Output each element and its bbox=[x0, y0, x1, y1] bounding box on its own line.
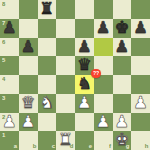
piece-black-pawn[interactable]: ♟ bbox=[133, 20, 148, 37]
piece-white-pawn[interactable]: ♟ bbox=[133, 95, 148, 112]
square-e2[interactable] bbox=[75, 113, 94, 132]
square-f1[interactable]: f bbox=[94, 131, 113, 150]
piece-black-pawn[interactable]: ♟ bbox=[2, 20, 17, 37]
square-a2[interactable]: 2♟ bbox=[0, 113, 19, 132]
piece-black-pawn[interactable]: ♟ bbox=[96, 20, 111, 37]
piece-black-pawn[interactable]: ♟ bbox=[77, 39, 92, 56]
square-h5[interactable] bbox=[131, 56, 150, 75]
square-c2[interactable] bbox=[38, 113, 57, 132]
square-h8[interactable] bbox=[131, 0, 150, 19]
square-c7[interactable] bbox=[38, 19, 57, 38]
square-c8[interactable]: ♜ bbox=[38, 0, 57, 19]
file-label-e: e bbox=[89, 143, 92, 149]
square-c1[interactable]: c bbox=[38, 131, 57, 150]
square-c4[interactable] bbox=[38, 75, 57, 94]
piece-black-pawn[interactable]: ♟ bbox=[21, 39, 36, 56]
badge-label: ?? bbox=[93, 71, 99, 76]
square-a4[interactable]: 4 bbox=[0, 75, 19, 94]
square-d8[interactable] bbox=[56, 0, 75, 19]
rank-label-8: 8 bbox=[2, 1, 5, 7]
piece-black-rook[interactable]: ♜ bbox=[39, 1, 54, 18]
square-g8[interactable] bbox=[113, 0, 132, 19]
square-d7[interactable] bbox=[56, 19, 75, 38]
square-g1[interactable]: g♚ bbox=[113, 131, 132, 150]
square-a5[interactable]: 5 bbox=[0, 56, 19, 75]
file-label-b: b bbox=[32, 143, 36, 149]
square-e4[interactable]: ♞ bbox=[75, 75, 94, 94]
piece-white-rook[interactable]: ♜ bbox=[58, 132, 73, 149]
square-g6[interactable]: ♟ bbox=[113, 38, 132, 57]
square-e7[interactable] bbox=[75, 19, 94, 38]
piece-white-pawn[interactable]: ♟ bbox=[96, 114, 111, 131]
square-g2[interactable]: ♟ bbox=[113, 113, 132, 132]
square-h3[interactable]: ♟ bbox=[131, 94, 150, 113]
square-b7[interactable] bbox=[19, 19, 38, 38]
square-f3[interactable] bbox=[94, 94, 113, 113]
rank-label-1: 1 bbox=[2, 132, 5, 138]
piece-white-pawn[interactable]: ♟ bbox=[114, 114, 129, 131]
square-c5[interactable] bbox=[38, 56, 57, 75]
square-e8[interactable] bbox=[75, 0, 94, 19]
piece-white-queen[interactable]: ♛ bbox=[21, 95, 36, 112]
square-f6[interactable] bbox=[94, 38, 113, 57]
square-b5[interactable] bbox=[19, 56, 38, 75]
square-c6[interactable] bbox=[38, 38, 57, 57]
piece-black-king[interactable]: ♚ bbox=[114, 20, 129, 37]
file-label-f: f bbox=[109, 143, 111, 149]
square-h4[interactable] bbox=[131, 75, 150, 94]
piece-white-king[interactable]: ♚ bbox=[114, 132, 129, 149]
file-label-c: c bbox=[51, 143, 54, 149]
square-h6[interactable] bbox=[131, 38, 150, 57]
square-d4[interactable] bbox=[56, 75, 75, 94]
square-c3[interactable]: ♞ bbox=[38, 94, 57, 113]
rank-label-5: 5 bbox=[2, 57, 5, 63]
square-g4[interactable] bbox=[113, 75, 132, 94]
square-h2[interactable] bbox=[131, 113, 150, 132]
square-g7[interactable]: ♚ bbox=[113, 19, 132, 38]
file-label-h: h bbox=[145, 143, 149, 149]
piece-white-pawn[interactable]: ♟ bbox=[2, 114, 17, 131]
square-b2[interactable]: ♟ bbox=[19, 113, 38, 132]
rank-label-3: 3 bbox=[2, 95, 5, 101]
square-f8[interactable] bbox=[94, 0, 113, 19]
square-b8[interactable] bbox=[19, 0, 38, 19]
piece-white-pawn[interactable]: ♟ bbox=[21, 114, 36, 131]
piece-white-knight[interactable]: ♞ bbox=[39, 95, 54, 112]
square-d3[interactable] bbox=[56, 94, 75, 113]
rank-label-4: 4 bbox=[2, 76, 5, 82]
file-label-a: a bbox=[14, 143, 17, 149]
chess-board: 8♜7♟♟♚♟6♟♟♟5♛4♞3♛♞♟♟2♟♟♟♟1abcd♜efg♚h ?? bbox=[0, 0, 150, 150]
square-e3[interactable]: ♟ bbox=[75, 94, 94, 113]
square-g3[interactable] bbox=[113, 94, 132, 113]
rank-label-6: 6 bbox=[2, 39, 5, 45]
square-b1[interactable]: b bbox=[19, 131, 38, 150]
square-d5[interactable] bbox=[56, 56, 75, 75]
square-f2[interactable]: ♟ bbox=[94, 113, 113, 132]
square-b3[interactable]: ♛ bbox=[19, 94, 38, 113]
piece-black-queen[interactable]: ♛ bbox=[77, 57, 92, 74]
square-g5[interactable] bbox=[113, 56, 132, 75]
square-a1[interactable]: 1a bbox=[0, 131, 19, 150]
square-h7[interactable]: ♟ bbox=[131, 19, 150, 38]
piece-black-knight[interactable]: ♞ bbox=[77, 76, 92, 93]
square-e6[interactable]: ♟ bbox=[75, 38, 94, 57]
square-h1[interactable]: h bbox=[131, 131, 150, 150]
square-d2[interactable] bbox=[56, 113, 75, 132]
piece-black-pawn[interactable]: ♟ bbox=[114, 39, 129, 56]
square-a6[interactable]: 6 bbox=[0, 38, 19, 57]
square-b4[interactable] bbox=[19, 75, 38, 94]
square-a3[interactable]: 3 bbox=[0, 94, 19, 113]
square-f7[interactable]: ♟ bbox=[94, 19, 113, 38]
square-b6[interactable]: ♟ bbox=[19, 38, 38, 57]
square-a7[interactable]: 7♟ bbox=[0, 19, 19, 38]
square-d1[interactable]: d♜ bbox=[56, 131, 75, 150]
square-a8[interactable]: 8 bbox=[0, 0, 19, 19]
square-e1[interactable]: e bbox=[75, 131, 94, 150]
square-d6[interactable] bbox=[56, 38, 75, 57]
piece-white-pawn[interactable]: ♟ bbox=[77, 95, 92, 112]
